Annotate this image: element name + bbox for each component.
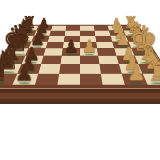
square — [57, 74, 80, 85]
square — [44, 48, 63, 55]
square — [80, 74, 103, 85]
square — [59, 64, 80, 74]
black-pawn: ♟ — [14, 63, 33, 84]
black-pawn: ♟ — [63, 38, 79, 55]
board-frame: ♜♟♟♜♞♟♟♞♝♟♟♝♛♟♟♛♚♟♟♚♝♟♟♝♞♟♟♞♜♟♟♜ — [0, 25, 160, 88]
white-rook: ♜ — [147, 59, 160, 84]
white-pawn: ♟ — [126, 63, 145, 84]
square — [98, 56, 119, 64]
square — [80, 56, 99, 64]
square — [35, 74, 59, 85]
square — [80, 64, 101, 74]
square — [41, 56, 62, 64]
board-front-edge — [0, 87, 160, 104]
square: ♟ — [80, 48, 98, 55]
square — [38, 64, 60, 74]
black-rook: ♜ — [0, 59, 13, 84]
chess-set-photo: ♜♟♟♜♞♟♟♞♝♟♟♝♛♟♟♛♚♟♟♚♝♟♟♝♞♟♟♞♜♟♟♜ — [0, 0, 160, 160]
square — [97, 48, 116, 55]
square: ♟ — [122, 74, 148, 85]
white-pawn: ♟ — [81, 38, 97, 55]
chess-board: ♜♟♟♜♞♟♟♞♝♟♟♝♛♟♟♛♚♟♟♚♝♟♟♝♞♟♟♞♜♟♟♜ — [0, 26, 160, 85]
square — [61, 56, 80, 64]
square: ♟ — [62, 48, 80, 55]
